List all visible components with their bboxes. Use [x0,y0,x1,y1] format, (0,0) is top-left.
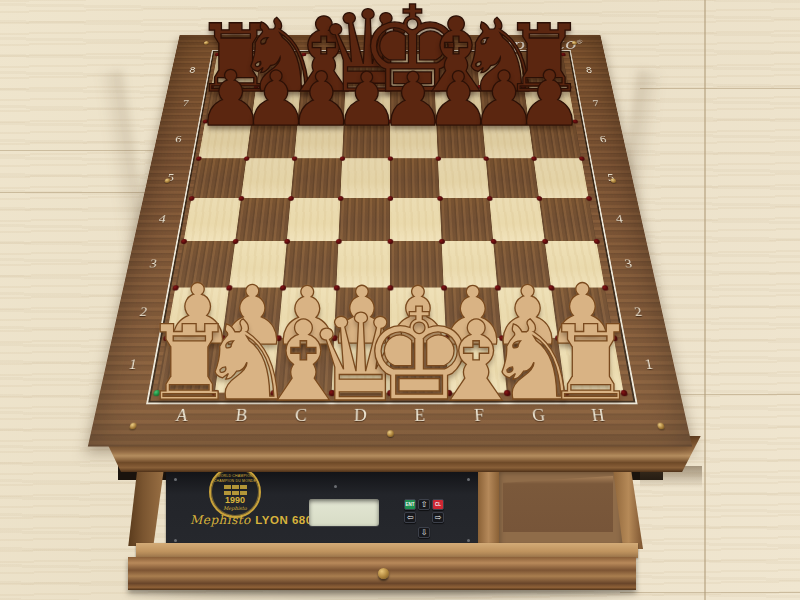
medallion-line-1: WORLD CHAMPION [211,474,259,478]
rank-label-right-4: 4 [598,198,642,241]
panel-screw [174,478,177,481]
square-g4[interactable] [489,198,544,241]
brass-screw [656,422,664,429]
panel-screw [334,485,337,488]
led-red [238,196,244,201]
floor-grain-line [0,150,170,151]
piece-wR-h1[interactable]: ♜ [544,312,637,415]
square-f4[interactable] [440,198,494,241]
led-red [578,156,584,160]
brass-screw [164,178,170,182]
square-d5[interactable] [340,158,390,198]
brand-script: Mephisto [190,513,251,527]
led-red [339,156,344,160]
led-red [291,156,297,160]
square-c4[interactable] [287,198,341,241]
square-e4[interactable] [390,198,442,241]
brass-screw [129,422,137,429]
drawer-divider [478,470,499,549]
led-red [284,239,290,244]
up-button[interactable]: ⇧ [418,499,430,510]
left-button[interactable]: ⇦ [404,512,416,523]
panel-screw [467,539,470,542]
led-red [288,196,294,201]
medallion-year: 1990 [211,496,259,505]
storage-compartment [499,468,623,549]
rank-label-left-6: 6 [158,121,198,158]
down-button[interactable]: ⇩ [418,527,430,538]
medallion-year-boxes [211,485,259,489]
right-button[interactable]: ⇨ [432,512,444,523]
led-red [490,239,496,244]
square-g5[interactable] [486,158,539,198]
led-red [335,239,341,244]
led-red [387,156,392,160]
drawer-knob[interactable] [378,568,389,579]
rank-label-right-6: 6 [583,121,623,158]
brass-screw [387,430,394,437]
square-a4[interactable] [184,198,241,241]
square-f5[interactable] [438,158,489,198]
led-red [586,196,592,201]
panel-screw [467,478,470,481]
led-red [439,239,445,244]
square-h4[interactable] [539,198,596,241]
led-red [180,239,187,244]
led-red [536,196,542,201]
led-red [243,156,249,160]
led-red [437,196,443,201]
floor-grain-line [0,192,168,193]
led-red [483,156,489,160]
compartment-partition [503,476,613,532]
lcd-display [309,499,379,526]
led-red [196,156,202,160]
led-red [435,156,440,160]
panel-screw [174,539,177,542]
ent-button[interactable]: ENT [404,499,416,510]
square-h5[interactable] [534,158,589,198]
led-red [387,196,392,201]
led-red [531,156,537,160]
floor-grain-line [620,592,800,593]
led-red [542,239,548,244]
brass-screw [610,178,616,182]
drawer-front-rail[interactable] [136,543,638,558]
control-panel: WORLD CHAMPION CHAMPION DU MONDE 1990 Me… [166,471,479,550]
cl-button[interactable]: CL [432,499,444,510]
led-red [338,196,344,201]
square-d4[interactable] [338,198,390,241]
square-a5[interactable] [191,158,246,198]
square-e5[interactable] [390,158,440,198]
floor-grain-line [640,88,800,89]
square-b4[interactable] [235,198,290,241]
floor-grain-line [660,394,800,395]
scene: WORLD CHAMPION CHAMPION DU MONDE 1990 Me… [0,0,800,600]
square-b5[interactable] [241,158,294,198]
led-red [387,239,393,244]
led-red [486,196,492,201]
led-red [593,239,600,244]
floor-plank-seam [704,0,706,600]
piece-bP-h7[interactable]: ♟ [515,61,583,137]
medallion-line-2: CHAMPION DU MONDE [211,479,259,483]
led-red [188,196,194,201]
led-red [232,239,238,244]
brand-label: Mephisto LYON 68030 [190,510,320,528]
square-c5[interactable] [291,158,342,198]
